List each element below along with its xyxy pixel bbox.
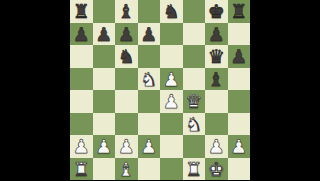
square-f7[interactable] [183,23,206,46]
black-pawn[interactable]: ♟ [208,23,225,46]
square-c2[interactable]: ♟ [115,135,138,158]
square-b1[interactable] [93,158,116,181]
square-d2[interactable]: ♟ [138,135,161,158]
square-g3[interactable] [205,113,228,136]
white-knight[interactable]: ♞ [185,113,202,136]
black-bishop[interactable]: ♝ [118,0,135,23]
square-a5[interactable] [70,68,93,91]
black-queen[interactable]: ♛ [208,45,225,68]
square-h2[interactable]: ♟ [228,135,251,158]
square-d7[interactable]: ♟ [138,23,161,46]
black-pawn[interactable]: ♟ [73,23,90,46]
white-rook[interactable]: ♜ [73,158,90,181]
black-knight[interactable]: ♞ [163,0,180,23]
white-pawn[interactable]: ♟ [208,135,225,158]
white-bishop[interactable]: ♝ [118,158,135,181]
square-a1[interactable]: ♜ [70,158,93,181]
square-g5[interactable]: ♝ [205,68,228,91]
black-pawn[interactable]: ♟ [140,23,157,46]
square-c7[interactable]: ♟ [115,23,138,46]
square-h3[interactable] [228,113,251,136]
square-e4[interactable]: ♟ [160,90,183,113]
white-pawn[interactable]: ♟ [118,135,135,158]
square-f3[interactable]: ♞ [183,113,206,136]
square-g2[interactable]: ♟ [205,135,228,158]
square-a6[interactable] [70,45,93,68]
white-pawn[interactable]: ♟ [163,90,180,113]
square-b5[interactable] [93,68,116,91]
square-c1[interactable]: ♝ [115,158,138,181]
square-a4[interactable] [70,90,93,113]
white-pawn[interactable]: ♟ [230,135,247,158]
white-rook[interactable]: ♜ [185,158,202,181]
square-h4[interactable] [228,90,251,113]
square-h1[interactable] [228,158,251,181]
square-b2[interactable]: ♟ [93,135,116,158]
square-f5[interactable] [183,68,206,91]
square-h6[interactable]: ♟ [228,45,251,68]
square-f6[interactable] [183,45,206,68]
square-a7[interactable]: ♟ [70,23,93,46]
white-pawn[interactable]: ♟ [73,135,90,158]
square-e8[interactable]: ♞ [160,0,183,23]
square-b6[interactable] [93,45,116,68]
square-c8[interactable]: ♝ [115,0,138,23]
black-pawn[interactable]: ♟ [118,23,135,46]
square-d1[interactable] [138,158,161,181]
square-f1[interactable]: ♜ [183,158,206,181]
square-f2[interactable] [183,135,206,158]
square-f8[interactable] [183,0,206,23]
chess-board: ♜♝♞♚♜♟♟♟♟♟♞♛♟♞♟♝♟♛♞♟♟♟♟♟♟♜♝♜♚ [70,0,250,180]
white-pawn[interactable]: ♟ [163,68,180,91]
white-king[interactable]: ♚ [208,158,225,181]
square-c3[interactable] [115,113,138,136]
square-a8[interactable]: ♜ [70,0,93,23]
white-queen[interactable]: ♛ [185,90,202,113]
white-knight[interactable]: ♞ [140,68,157,91]
square-e6[interactable] [160,45,183,68]
black-bishop[interactable]: ♝ [208,68,225,91]
square-e3[interactable] [160,113,183,136]
square-g6[interactable]: ♛ [205,45,228,68]
square-b3[interactable] [93,113,116,136]
square-g8[interactable]: ♚ [205,0,228,23]
square-a2[interactable]: ♟ [70,135,93,158]
square-c6[interactable]: ♞ [115,45,138,68]
square-g7[interactable]: ♟ [205,23,228,46]
black-rook[interactable]: ♜ [230,0,247,23]
app-background: ♜♝♞♚♜♟♟♟♟♟♞♛♟♞♟♝♟♛♞♟♟♟♟♟♟♜♝♜♚ [0,0,320,180]
square-b4[interactable] [93,90,116,113]
square-g4[interactable] [205,90,228,113]
square-f4[interactable]: ♛ [183,90,206,113]
square-e5[interactable]: ♟ [160,68,183,91]
square-d5[interactable]: ♞ [138,68,161,91]
square-b8[interactable] [93,0,116,23]
black-pawn[interactable]: ♟ [95,23,112,46]
square-h5[interactable] [228,68,251,91]
square-c4[interactable] [115,90,138,113]
square-d3[interactable] [138,113,161,136]
square-d8[interactable] [138,0,161,23]
square-e7[interactable] [160,23,183,46]
square-g1[interactable]: ♚ [205,158,228,181]
black-pawn[interactable]: ♟ [230,45,247,68]
square-e2[interactable] [160,135,183,158]
black-knight[interactable]: ♞ [118,45,135,68]
square-a3[interactable] [70,113,93,136]
square-d4[interactable] [138,90,161,113]
white-pawn[interactable]: ♟ [95,135,112,158]
square-h7[interactable] [228,23,251,46]
square-c5[interactable] [115,68,138,91]
black-rook[interactable]: ♜ [73,0,90,23]
square-e1[interactable] [160,158,183,181]
square-h8[interactable]: ♜ [228,0,251,23]
white-pawn[interactable]: ♟ [140,135,157,158]
square-d6[interactable] [138,45,161,68]
black-king[interactable]: ♚ [208,0,225,23]
square-b7[interactable]: ♟ [93,23,116,46]
